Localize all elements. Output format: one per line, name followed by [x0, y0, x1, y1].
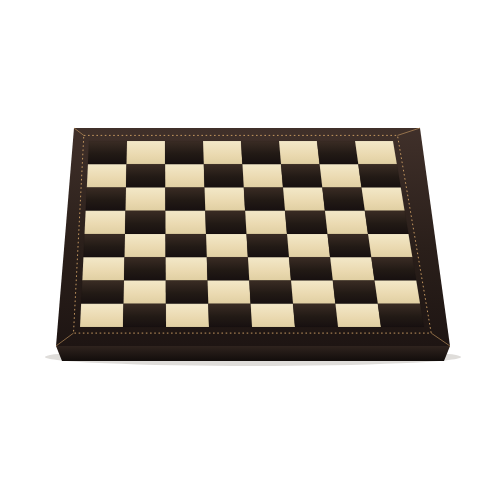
square-f5	[285, 211, 328, 234]
square-d2	[208, 281, 251, 304]
square-c4	[166, 234, 207, 257]
square-f2	[291, 281, 335, 304]
square-d8	[203, 141, 242, 164]
square-c6	[165, 188, 205, 211]
square-g4	[328, 234, 372, 257]
square-b8	[127, 141, 166, 164]
square-a8	[88, 141, 127, 164]
square-h1	[378, 304, 424, 327]
square-g5	[325, 211, 368, 234]
square-h7	[358, 164, 401, 187]
square-c8	[165, 141, 204, 164]
square-g3	[330, 257, 374, 280]
square-h5	[365, 211, 409, 234]
square-b2	[124, 281, 166, 304]
square-e3	[248, 257, 291, 280]
square-c3	[166, 257, 208, 280]
square-g7	[320, 164, 362, 187]
square-a2	[81, 281, 124, 304]
product-photo	[0, 0, 500, 500]
square-e6	[244, 188, 285, 211]
square-g8	[317, 141, 358, 164]
square-f8	[279, 141, 320, 164]
square-c2	[166, 281, 209, 304]
square-f6	[283, 188, 325, 211]
square-f7	[281, 164, 322, 187]
square-c1	[166, 304, 209, 327]
square-a6	[86, 188, 126, 211]
square-d3	[207, 257, 250, 280]
square-f4	[287, 234, 330, 257]
square-h2	[375, 281, 421, 304]
square-d4	[206, 234, 248, 257]
square-b5	[125, 211, 166, 234]
square-d5	[205, 211, 246, 234]
square-g2	[333, 281, 378, 304]
square-f1	[293, 304, 338, 327]
square-a4	[83, 234, 125, 257]
square-e8	[241, 141, 281, 164]
square-d1	[208, 304, 252, 327]
square-e7	[242, 164, 283, 187]
square-a3	[82, 257, 124, 280]
square-b3	[124, 257, 166, 280]
square-h8	[355, 141, 397, 164]
square-d6	[205, 188, 246, 211]
square-g6	[322, 188, 365, 211]
square-b7	[126, 164, 165, 187]
square-a1	[80, 304, 124, 327]
square-h3	[371, 257, 416, 280]
chessboard-photo	[0, 0, 500, 500]
square-b6	[126, 188, 166, 211]
square-g1	[335, 304, 381, 327]
square-e4	[247, 234, 290, 257]
square-f3	[289, 257, 333, 280]
square-b1	[123, 304, 166, 327]
board-front-edge	[56, 346, 450, 361]
square-b4	[125, 234, 166, 257]
square-h4	[368, 234, 412, 257]
square-d7	[204, 164, 244, 187]
square-e2	[249, 281, 293, 304]
square-e5	[245, 211, 287, 234]
square-a5	[85, 211, 126, 234]
square-a7	[87, 164, 127, 187]
square-c5	[165, 211, 206, 234]
square-c7	[165, 164, 204, 187]
square-h6	[362, 188, 405, 211]
square-e1	[251, 304, 295, 327]
